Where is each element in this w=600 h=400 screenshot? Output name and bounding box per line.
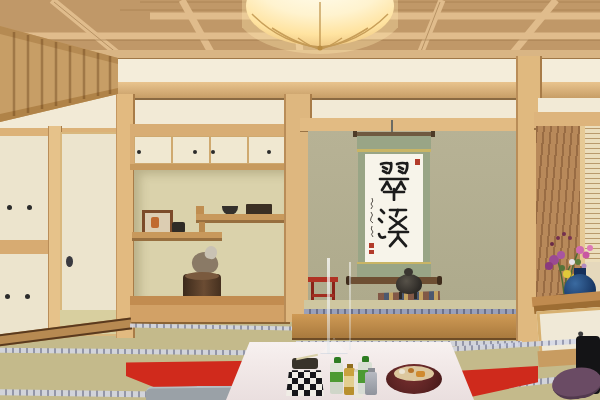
calligraphy-char-bottom bbox=[377, 204, 411, 248]
fusuma-pull-icon bbox=[66, 256, 73, 267]
acrylic-partition-edge bbox=[327, 258, 330, 354]
acrylic-partition-edge bbox=[349, 262, 351, 350]
left-transom-panel bbox=[0, 24, 120, 136]
seal-stamp-icon bbox=[369, 243, 374, 248]
signature-column bbox=[367, 196, 377, 244]
picture-figure bbox=[151, 217, 159, 228]
lower-shelf bbox=[132, 232, 222, 241]
door-pull-icon bbox=[25, 294, 30, 299]
seal-stamp-icon bbox=[415, 159, 420, 165]
calligraphy-char-top bbox=[377, 159, 411, 201]
open-fusuma-door bbox=[60, 132, 120, 336]
scroll-roller-rod bbox=[349, 277, 439, 284]
green-tea-bottle bbox=[330, 363, 343, 394]
cabinet-pull-icon bbox=[193, 150, 197, 154]
door-pull-icon bbox=[7, 205, 12, 210]
washitsu-room-photo: 翠渓 bbox=[0, 0, 600, 400]
closet-door-upper bbox=[0, 136, 49, 240]
red-stand-leg bbox=[311, 282, 314, 302]
stump-top bbox=[185, 272, 219, 280]
door-pull-icon bbox=[5, 294, 10, 299]
alcove-floorboard bbox=[130, 296, 290, 305]
cabinet-pull-icon bbox=[211, 150, 215, 154]
upper-shelf bbox=[196, 214, 288, 223]
seal-stamp-icon bbox=[369, 250, 374, 254]
burner-leg bbox=[399, 292, 402, 299]
tokonoma-lintel bbox=[300, 118, 526, 132]
door-pull-icon bbox=[27, 205, 32, 210]
closet-mid-rail bbox=[0, 240, 48, 254]
cabinet-pull-icon bbox=[267, 150, 271, 154]
incense-burner bbox=[396, 274, 422, 294]
burner-leg bbox=[414, 292, 417, 299]
checkered-basket bbox=[286, 366, 324, 396]
sweet-piece bbox=[408, 368, 414, 373]
rod-end bbox=[431, 131, 435, 137]
roller-knob bbox=[437, 276, 442, 285]
sweet-piece bbox=[399, 369, 405, 374]
burner-lid-knob bbox=[404, 268, 413, 276]
red-stand-leg bbox=[332, 282, 335, 302]
sweet-piece bbox=[416, 371, 425, 377]
cabinet-door bbox=[172, 136, 210, 164]
silver-bottle bbox=[365, 372, 377, 395]
cabinet-pull-icon bbox=[137, 150, 141, 154]
red-stand-shelf bbox=[312, 294, 334, 297]
closet-door-lower bbox=[0, 254, 49, 336]
cabinet-door bbox=[210, 136, 248, 164]
alcove-front-rail bbox=[130, 305, 290, 324]
paper-lantern-lamp bbox=[242, 0, 398, 54]
